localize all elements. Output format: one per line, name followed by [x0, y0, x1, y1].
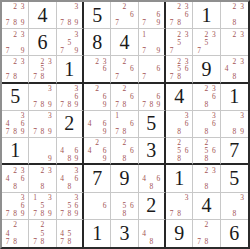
cell-r1c3[interactable]: 3789 [57, 2, 84, 29]
cell-r3c4[interactable]: 236 [84, 56, 111, 83]
candidate-8 [93, 73, 100, 81]
candidate-9 [46, 182, 53, 190]
candidate-8: 8 [203, 182, 210, 190]
candidate-1 [168, 30, 175, 38]
candidate-3: 3 [19, 30, 26, 38]
cell-r6c3[interactable]: 4689 [57, 138, 84, 165]
candidate-grid: 1678 [111, 111, 137, 137]
cell-r9c4[interactable]: 1 [84, 220, 111, 247]
candidate-3: 3 [46, 112, 53, 120]
candidate-grid: 23789 [2, 2, 28, 28]
candidate-8: 8 [66, 238, 73, 246]
candidate-2 [230, 112, 238, 120]
cell-r8c7[interactable]: 378 [166, 193, 193, 220]
cell-r6c9[interactable]: 7 [221, 138, 248, 165]
candidate-2: 2 [121, 85, 128, 93]
candidate-grid: 2348 [221, 56, 248, 81]
candidate-9 [19, 73, 26, 81]
candidate-6 [19, 229, 26, 237]
cell-r7c6[interactable]: 468 [139, 165, 166, 192]
candidate-1 [195, 30, 202, 38]
cell-r6c7[interactable]: 2568 [166, 138, 193, 165]
cell-r5c2[interactable]: 3789 [29, 111, 56, 138]
cell-r7c7[interactable]: 1 [166, 165, 193, 192]
given-digit: 9 [111, 165, 137, 191]
cell-r7c9[interactable]: 5 [221, 165, 248, 192]
candidate-4 [195, 147, 202, 155]
candidate-grid: 3468 [57, 165, 82, 191]
candidate-7 [141, 182, 148, 190]
candidate-9 [128, 73, 135, 81]
candidate-1 [4, 221, 11, 229]
candidate-8 [148, 19, 155, 27]
candidate-6: 6 [183, 120, 190, 128]
candidate-grid: 6 [84, 193, 110, 219]
candidate-grid: 3789 [29, 111, 55, 137]
candidate-8: 8 [11, 19, 18, 27]
cell-r4c9[interactable]: 1 [221, 84, 248, 111]
given-digit: 2 [139, 193, 164, 219]
cell-r2c6[interactable]: 179 [139, 29, 166, 56]
candidate-5: 5 [203, 38, 210, 46]
candidate-9 [238, 73, 246, 81]
candidate-2 [39, 85, 46, 93]
candidate-4 [113, 202, 120, 210]
candidate-9 [128, 128, 135, 136]
cell-r4c4[interactable]: 269 [84, 84, 111, 111]
candidate-9 [101, 210, 108, 218]
candidate-6: 6 [19, 174, 26, 182]
cell-r8c9[interactable]: 38 [221, 193, 248, 220]
candidate-1 [223, 194, 231, 202]
candidate-2 [11, 194, 18, 202]
candidate-7 [168, 128, 175, 136]
candidate-7 [113, 155, 120, 163]
candidate-3: 3 [183, 194, 190, 202]
candidate-grid: 36789 [2, 193, 28, 219]
given-digit: 4 [193, 193, 219, 219]
cell-r3c3[interactable]: 1 [57, 56, 84, 83]
given-digit: 1 [2, 138, 28, 163]
candidate-grid: 9 [29, 138, 55, 163]
candidate-grid: 2568 [166, 138, 192, 163]
candidate-8: 8 [230, 128, 238, 136]
cell-r6c6[interactable]: 3 [139, 138, 166, 165]
candidate-6 [238, 11, 246, 19]
given-digit: 5 [139, 111, 164, 137]
candidate-7: 7 [4, 46, 11, 54]
cell-r2c8[interactable]: 2357 [193, 29, 220, 56]
candidate-5 [230, 38, 238, 46]
cell-r1c7[interactable]: 23678 [166, 2, 193, 29]
candidate-2 [93, 112, 100, 120]
given-digit: 7 [221, 138, 248, 163]
candidate-8: 8 [175, 73, 182, 81]
candidate-grid: 38 [221, 193, 248, 219]
cell-r6c4[interactable]: 2469 [84, 138, 111, 165]
candidate-8: 8 [39, 128, 46, 136]
candidate-9 [155, 73, 162, 81]
candidate-6 [210, 229, 217, 237]
cell-r7c8[interactable]: 238 [193, 165, 220, 192]
candidate-7 [195, 101, 202, 109]
candidate-2: 2 [121, 139, 128, 147]
candidate-2 [148, 85, 155, 93]
candidate-grid: 267 [111, 2, 137, 28]
candidate-grid: 236 [84, 56, 110, 81]
given-digit: 3 [139, 138, 164, 163]
cell-r9c7[interactable]: 9 [166, 220, 193, 247]
candidate-8: 8 [11, 128, 18, 136]
candidate-1 [113, 85, 120, 93]
candidate-1: 1 [141, 30, 148, 38]
cell-r4c6[interactable]: 6789 [139, 84, 166, 111]
cell-r8c3[interactable]: 356789 [57, 193, 84, 220]
candidate-6: 6 [128, 65, 135, 73]
candidate-1 [141, 3, 148, 11]
candidate-8 [93, 155, 100, 163]
candidate-2 [203, 112, 210, 120]
candidate-6 [46, 229, 53, 237]
given-digit: 8 [84, 29, 110, 55]
candidate-1 [113, 194, 120, 202]
candidate-9 [210, 238, 217, 246]
cell-r9c6[interactable]: 48 [139, 220, 166, 247]
candidate-grid: 2357 [166, 29, 192, 55]
candidate-7 [223, 46, 231, 54]
cell-r1c4[interactable]: 5 [84, 2, 111, 29]
candidate-8: 8 [11, 182, 18, 190]
candidate-6: 6 [101, 202, 108, 210]
cell-r9c8[interactable]: 278 [193, 220, 220, 247]
candidate-8 [148, 46, 155, 54]
cell-r1c8[interactable]: 1 [193, 2, 220, 29]
candidate-grid: 36789 [57, 84, 82, 110]
candidate-5 [121, 65, 128, 73]
cell-r2c5[interactable]: 4 [111, 29, 138, 56]
candidate-9 [183, 128, 190, 136]
candidate-7: 7 [31, 210, 38, 218]
candidate-3: 3 [46, 85, 53, 93]
candidate-2: 2 [230, 57, 238, 65]
cell-r8c2[interactable]: 135789 [29, 193, 56, 220]
candidate-7 [223, 128, 231, 136]
candidate-7 [113, 210, 120, 218]
cell-r2c2[interactable]: 6 [29, 29, 56, 56]
candidate-7: 7 [59, 101, 66, 109]
candidate-6: 6 [73, 174, 80, 182]
cell-r8c5[interactable]: 568 [111, 193, 138, 220]
candidate-8: 8 [203, 155, 210, 163]
cell-r3c6[interactable]: 67 [139, 56, 166, 83]
cell-r3c2[interactable]: 23578 [29, 56, 56, 83]
candidate-4 [86, 202, 93, 210]
cell-r1c1[interactable]: 23789 [2, 2, 29, 29]
candidate-3: 3 [238, 30, 246, 38]
cell-r2c1[interactable]: 2379 [2, 29, 29, 56]
candidate-6 [238, 202, 246, 210]
candidate-9: 9 [155, 46, 162, 54]
cell-r1c5[interactable]: 267 [111, 2, 138, 29]
cell-r7c2[interactable]: 238 [29, 165, 56, 192]
candidate-7 [31, 182, 38, 190]
candidate-grid: 3789 [29, 84, 55, 110]
cell-r5c9[interactable]: 389 [221, 111, 248, 138]
cell-r4c3[interactable]: 36789 [57, 84, 84, 111]
candidate-grid: 278 [193, 220, 219, 247]
candidate-1 [195, 166, 202, 174]
candidate-1 [4, 194, 11, 202]
cell-r3c1[interactable]: 2378 [2, 56, 29, 83]
candidate-2 [39, 112, 46, 120]
candidate-4 [168, 147, 175, 155]
candidate-1 [168, 57, 175, 65]
cell-r7c1[interactable]: 23468 [2, 165, 29, 192]
candidate-9: 9 [155, 101, 162, 109]
cell-r8c4[interactable]: 6 [84, 193, 111, 220]
candidate-9: 9 [73, 155, 80, 163]
candidate-7 [223, 73, 231, 81]
cell-r5c4[interactable]: 469 [84, 111, 111, 138]
candidate-1 [223, 112, 231, 120]
candidate-1 [195, 221, 202, 229]
given-digit: 5 [84, 2, 110, 28]
candidate-1 [141, 57, 148, 65]
candidate-2: 2 [11, 3, 18, 11]
cell-r9c2[interactable]: 2578 [29, 220, 56, 247]
cell-r5c5[interactable]: 1678 [111, 111, 138, 138]
candidate-5: 5 [175, 38, 182, 46]
candidate-9 [128, 155, 135, 163]
cell-r2c7[interactable]: 2357 [166, 29, 193, 56]
candidate-grid: 2568 [193, 138, 219, 163]
candidate-1 [31, 166, 38, 174]
cell-r1c2[interactable]: 4 [29, 2, 56, 29]
candidate-9: 9 [238, 128, 246, 136]
candidate-grid: 378 [166, 193, 192, 219]
cell-r7c4[interactable]: 7 [84, 165, 111, 192]
candidate-6: 6 [183, 65, 190, 73]
candidate-8: 8 [11, 73, 18, 81]
candidate-2 [230, 194, 238, 202]
candidate-8: 8 [11, 238, 18, 246]
cell-r4c8[interactable]: 2368 [193, 84, 220, 111]
candidate-8: 8 [121, 210, 128, 218]
candidate-4: 4 [59, 147, 66, 155]
candidate-7 [223, 19, 231, 27]
cell-r3c8[interactable]: 9 [193, 56, 220, 83]
candidate-3: 3 [46, 166, 53, 174]
cell-r9c3[interactable]: 4578 [57, 220, 84, 247]
candidate-8: 8 [148, 182, 155, 190]
candidate-1 [195, 85, 202, 93]
candidate-1 [141, 221, 148, 229]
candidate-9: 9 [155, 19, 162, 27]
cell-r5c6[interactable]: 5 [139, 111, 166, 138]
cell-r8c6[interactable]: 2 [139, 193, 166, 220]
candidate-grid: 4578 [57, 220, 82, 247]
given-digit: 4 [29, 2, 55, 28]
candidate-5 [93, 120, 100, 128]
candidate-9: 9 [73, 210, 80, 218]
candidate-grid: 269 [84, 84, 110, 110]
cell-r1c6[interactable]: 679 [139, 2, 166, 29]
candidate-9 [73, 238, 80, 246]
cell-r7c3[interactable]: 3468 [57, 165, 84, 192]
candidate-1 [168, 112, 175, 120]
cell-r4c5[interactable]: 2678 [111, 84, 138, 111]
cell-r2c9[interactable]: 23 [221, 29, 248, 56]
candidate-8 [203, 46, 210, 54]
candidate-6 [155, 229, 162, 237]
candidate-7: 7 [168, 73, 175, 81]
candidate-9: 9 [101, 128, 108, 136]
candidate-7 [195, 182, 202, 190]
candidate-9 [210, 101, 217, 109]
candidate-8: 8 [175, 128, 182, 136]
candidate-grid: 267 [111, 56, 137, 81]
candidate-9 [183, 155, 190, 163]
cell-r5c3[interactable]: 2 [57, 111, 84, 138]
candidate-5 [148, 11, 155, 19]
candidate-3: 3 [73, 30, 80, 38]
cell-r3c5[interactable]: 267 [111, 56, 138, 83]
candidate-9 [128, 101, 135, 109]
candidate-8: 8 [121, 155, 128, 163]
candidate-4: 4 [141, 174, 148, 182]
candidate-9 [128, 210, 135, 218]
cell-r4c1[interactable]: 5 [2, 84, 29, 111]
cell-r8c8[interactable]: 4 [193, 193, 220, 220]
cell-r3c9[interactable]: 2348 [221, 56, 248, 83]
candidate-6: 6 [128, 147, 135, 155]
candidate-2 [66, 3, 73, 11]
cell-r2c4[interactable]: 8 [84, 29, 111, 56]
candidate-1: 1 [113, 112, 120, 120]
candidate-1 [195, 139, 202, 147]
candidate-grid: 23468 [2, 165, 28, 191]
candidate-grid: 368 [193, 111, 219, 137]
candidate-1 [168, 194, 175, 202]
candidate-3: 3 [238, 194, 246, 202]
cell-r5c1[interactable]: 346789 [2, 111, 29, 138]
candidate-2 [148, 3, 155, 11]
candidate-9: 9 [73, 101, 80, 109]
candidate-1 [31, 221, 38, 229]
candidate-2 [148, 221, 155, 229]
candidate-1 [141, 85, 148, 93]
candidate-6: 6 [183, 147, 190, 155]
cell-r1c9[interactable]: 238 [221, 2, 248, 29]
cell-r9c9[interactable]: 6 [221, 220, 248, 247]
candidate-1 [31, 57, 38, 65]
candidate-8: 8 [66, 210, 73, 218]
candidate-5 [93, 147, 100, 155]
candidate-8 [93, 210, 100, 218]
candidate-grid: 2469 [84, 138, 110, 163]
cell-r6c2[interactable]: 9 [29, 138, 56, 165]
candidate-9: 9 [19, 46, 26, 54]
candidate-7: 7 [141, 46, 148, 54]
candidate-grid: 469 [84, 111, 110, 137]
candidate-6: 6 [210, 147, 217, 155]
candidate-2: 2 [203, 85, 210, 93]
candidate-2: 2 [203, 221, 210, 229]
candidate-8 [93, 128, 100, 136]
candidate-7 [168, 155, 175, 163]
candidate-2: 2 [93, 57, 100, 65]
candidate-3: 3 [238, 112, 246, 120]
cell-r9c1[interactable]: 2478 [2, 220, 29, 247]
cell-r6c1[interactable]: 1 [2, 138, 29, 165]
candidate-8: 8 [148, 101, 155, 109]
candidate-grid: 2368 [193, 84, 219, 110]
candidate-7: 7 [195, 46, 202, 54]
candidate-9 [210, 46, 217, 54]
candidate-7 [86, 101, 93, 109]
candidate-6: 6 [210, 93, 217, 101]
cell-r8c1[interactable]: 36789 [2, 193, 29, 220]
candidate-1 [86, 194, 93, 202]
candidate-9 [19, 182, 26, 190]
candidate-8 [230, 46, 238, 54]
cell-r6c8[interactable]: 2568 [193, 138, 220, 165]
candidate-7: 7 [113, 73, 120, 81]
candidate-7: 7 [59, 210, 66, 218]
candidate-2: 2 [11, 221, 18, 229]
candidate-1 [86, 85, 93, 93]
candidate-8: 8 [175, 19, 182, 27]
cell-r5c8[interactable]: 368 [193, 111, 220, 138]
candidate-6: 6 [155, 174, 162, 182]
candidate-grid: 238 [193, 165, 219, 191]
candidate-1 [59, 30, 66, 38]
candidate-7 [195, 155, 202, 163]
candidate-3: 3 [210, 30, 217, 38]
candidate-1 [4, 57, 11, 65]
candidate-4 [195, 93, 202, 101]
candidate-1 [31, 139, 38, 147]
candidate-3 [155, 221, 162, 229]
candidate-1 [59, 194, 66, 202]
candidate-8: 8 [66, 101, 73, 109]
candidate-4: 4 [86, 120, 93, 128]
candidate-grid: 3789 [57, 2, 82, 28]
cell-r6c5[interactable]: 268 [111, 138, 138, 165]
cell-r5c7[interactable]: 368 [166, 111, 193, 138]
candidate-4 [223, 120, 231, 128]
cell-r7c5[interactable]: 9 [111, 165, 138, 192]
candidate-7: 7 [31, 101, 38, 109]
candidate-6: 6 [128, 120, 135, 128]
candidate-5 [93, 65, 100, 73]
candidate-9: 9 [19, 128, 26, 136]
candidate-grid: 2379 [2, 29, 28, 55]
candidate-8 [121, 19, 128, 27]
cell-r4c7[interactable]: 4 [166, 84, 193, 111]
candidate-9 [73, 182, 80, 190]
given-digit: 5 [2, 84, 28, 110]
candidate-grid: 235678 [166, 56, 192, 81]
candidate-1 [59, 3, 66, 11]
cell-r4c2[interactable]: 3789 [29, 84, 56, 111]
candidate-6: 6 [155, 65, 162, 73]
cell-r3c7[interactable]: 235678 [166, 56, 193, 83]
candidate-9: 9 [73, 19, 80, 27]
candidate-7: 7 [31, 73, 38, 81]
cell-r2c3[interactable]: 3579 [57, 29, 84, 56]
cell-r9c5[interactable]: 3 [111, 220, 138, 247]
